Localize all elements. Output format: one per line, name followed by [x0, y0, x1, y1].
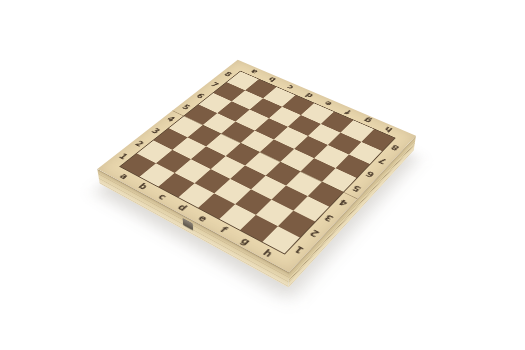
board-scene: abcdefgh abcdefgh 87654321 87654321 — [0, 0, 525, 350]
square-c1 — [158, 173, 194, 197]
square-e1 — [198, 193, 235, 219]
square-c2 — [175, 159, 210, 183]
square-h4 — [308, 181, 344, 206]
square-g2 — [256, 200, 293, 226]
square-d1 — [178, 183, 214, 208]
square-g1 — [240, 215, 278, 242]
square-d3 — [210, 156, 245, 179]
square-g3 — [272, 185, 308, 210]
square-f4 — [266, 162, 301, 186]
square-g5 — [301, 158, 336, 181]
square-f2 — [235, 189, 271, 214]
square-h1 — [262, 226, 300, 254]
square-h3 — [293, 196, 329, 222]
square-h2 — [278, 210, 315, 237]
square-g4 — [286, 171, 321, 195]
board-top-face: abcdefgh abcdefgh 87654321 87654321 — [97, 60, 416, 273]
square-e4 — [245, 152, 280, 175]
square-e3 — [230, 165, 265, 189]
square-h5 — [322, 168, 357, 192]
square-f1 — [219, 204, 256, 230]
square-a1 — [121, 153, 156, 176]
square-e2 — [215, 179, 251, 204]
rank-labels-right: 87654321 — [285, 138, 409, 261]
file-labels-near: abcdefgh — [109, 166, 284, 264]
square-b2 — [156, 150, 191, 173]
chessboard: abcdefgh abcdefgh 87654321 87654321 — [97, 60, 416, 273]
square-d2 — [195, 169, 231, 193]
square-f3 — [251, 175, 287, 200]
square-h6 — [335, 154, 369, 177]
square-b1 — [139, 163, 175, 187]
product-photo-canvas: abcdefgh abcdefgh 87654321 87654321 — [0, 0, 525, 350]
